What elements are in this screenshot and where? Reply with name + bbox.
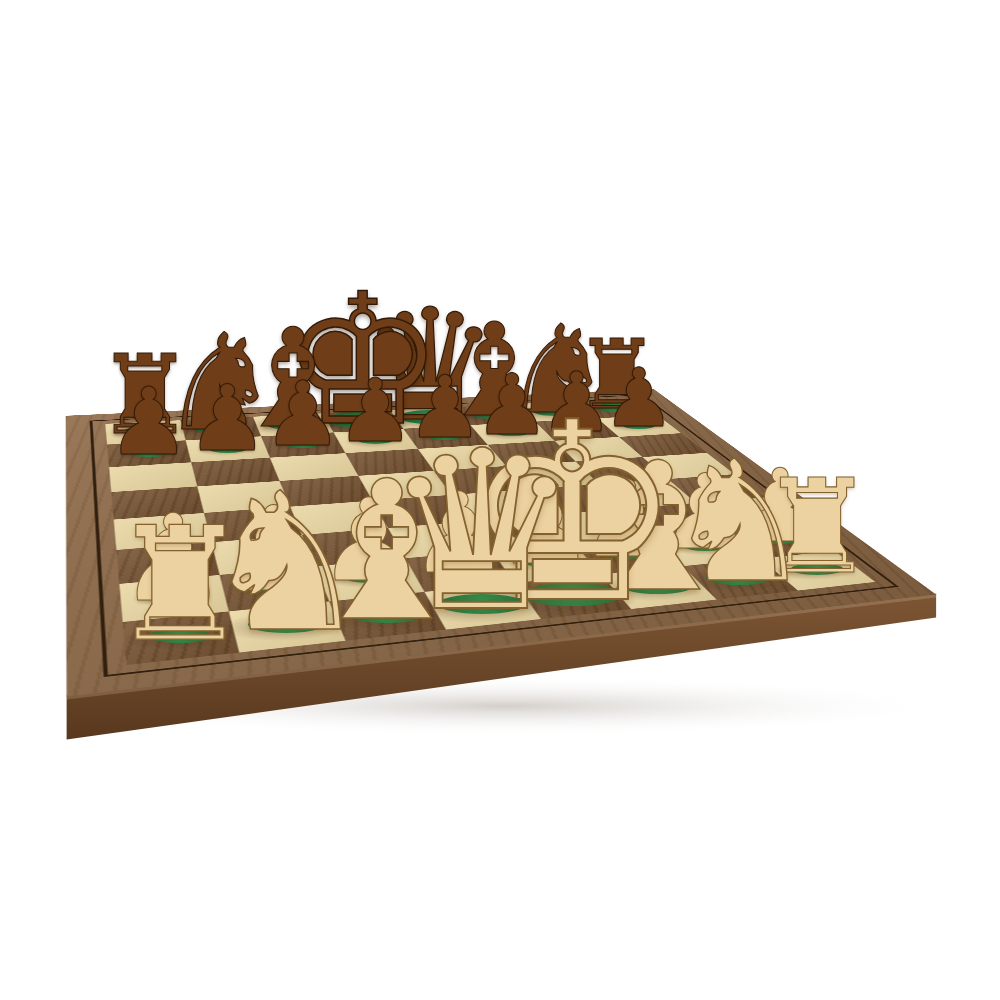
square-a1 [123, 611, 239, 665]
square-b1 [229, 601, 346, 652]
chess-set-product-photo: ♜♞♝♚♛♝♞♜♟♟♟♟♟♟♟♟♟♟♟♟♟♟♟♟♜♞♝♛♚♝♞♜ [0, 0, 1000, 1000]
